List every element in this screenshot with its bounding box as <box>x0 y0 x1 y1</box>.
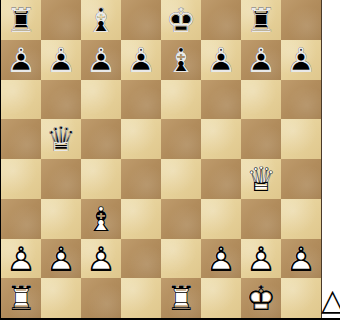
rook-glyph-outline: ♖ <box>161 278 201 318</box>
piece-black-queen[interactable]: ♛♕ <box>41 119 81 159</box>
square-h3[interactable] <box>281 199 321 239</box>
square-c3[interactable]: ♝♗ <box>81 199 121 239</box>
square-b8[interactable] <box>41 0 81 40</box>
square-d2[interactable] <box>121 239 161 279</box>
piece-white-pawn[interactable]: ♟♙ <box>201 239 241 279</box>
square-g5[interactable] <box>241 119 281 159</box>
square-d8[interactable] <box>121 0 161 40</box>
piece-black-pawn[interactable]: ♟♙ <box>281 40 321 80</box>
piece-white-pawn[interactable]: ♟♙ <box>241 239 281 279</box>
square-f2[interactable]: ♟♙ <box>201 239 241 279</box>
square-h6[interactable] <box>281 80 321 120</box>
rook-glyph-outline: ♖ <box>1 278 41 318</box>
square-a6[interactable] <box>1 80 41 120</box>
bishop-glyph-outline: ♗ <box>81 0 121 40</box>
square-f5[interactable] <box>201 119 241 159</box>
square-g2[interactable]: ♟♙ <box>241 239 281 279</box>
square-a7[interactable]: ♟♙ <box>1 40 41 80</box>
square-b4[interactable] <box>41 159 81 199</box>
pawn-glyph-outline: ♙ <box>1 239 41 279</box>
pawn-glyph-outline: ♙ <box>241 239 281 279</box>
square-a1[interactable]: ♜♖ <box>1 278 41 318</box>
square-c4[interactable] <box>81 159 121 199</box>
square-g1[interactable]: ♚♔ <box>241 278 281 318</box>
piece-black-bishop[interactable]: ♝♗ <box>161 40 201 80</box>
pawn-glyph-outline: ♙ <box>281 239 321 279</box>
pawn-glyph-outline: ♙ <box>201 40 241 80</box>
square-g6[interactable] <box>241 80 281 120</box>
square-d6[interactable] <box>121 80 161 120</box>
pawn-glyph-outline: ♙ <box>281 40 321 80</box>
square-c7[interactable]: ♟♙ <box>81 40 121 80</box>
square-c6[interactable] <box>81 80 121 120</box>
bishop-glyph-outline: ♗ <box>161 40 201 80</box>
white-to-move-triangle-icon: △ <box>321 282 340 318</box>
square-g3[interactable] <box>241 199 281 239</box>
piece-black-pawn[interactable]: ♟♙ <box>41 40 81 80</box>
pawn-glyph-outline: ♙ <box>121 40 161 80</box>
queen-glyph-outline: ♕ <box>241 159 281 199</box>
square-f8[interactable] <box>201 0 241 40</box>
king-glyph-outline: ♔ <box>241 278 281 318</box>
piece-white-pawn[interactable]: ♟♙ <box>1 239 41 279</box>
square-e2[interactable] <box>161 239 201 279</box>
square-h7[interactable]: ♟♙ <box>281 40 321 80</box>
pawn-glyph-outline: ♙ <box>201 239 241 279</box>
piece-white-pawn[interactable]: ♟♙ <box>81 239 121 279</box>
square-h2[interactable]: ♟♙ <box>281 239 321 279</box>
pawn-glyph-outline: ♙ <box>241 40 281 80</box>
square-f7[interactable]: ♟♙ <box>201 40 241 80</box>
piece-white-pawn[interactable]: ♟♙ <box>41 239 81 279</box>
square-c5[interactable] <box>81 119 121 159</box>
square-d3[interactable] <box>121 199 161 239</box>
square-a2[interactable]: ♟♙ <box>1 239 41 279</box>
square-h4[interactable] <box>281 159 321 199</box>
square-a4[interactable] <box>1 159 41 199</box>
pawn-glyph-outline: ♙ <box>81 239 121 279</box>
square-b3[interactable] <box>41 199 81 239</box>
square-c1[interactable] <box>81 278 121 318</box>
square-f4[interactable] <box>201 159 241 199</box>
square-e1[interactable]: ♜♖ <box>161 278 201 318</box>
piece-white-rook[interactable]: ♜♖ <box>1 278 41 318</box>
piece-white-queen[interactable]: ♛♕ <box>241 159 281 199</box>
piece-white-king[interactable]: ♚♔ <box>241 278 281 318</box>
pawn-glyph-outline: ♙ <box>41 239 81 279</box>
piece-black-rook[interactable]: ♜♖ <box>1 0 41 40</box>
square-h1[interactable] <box>281 278 321 318</box>
square-e7[interactable]: ♝♗ <box>161 40 201 80</box>
pawn-glyph-outline: ♙ <box>81 40 121 80</box>
piece-white-pawn[interactable]: ♟♙ <box>281 239 321 279</box>
piece-black-pawn[interactable]: ♟♙ <box>121 40 161 80</box>
rook-glyph-outline: ♖ <box>241 0 281 40</box>
piece-white-bishop[interactable]: ♝♗ <box>81 199 121 239</box>
square-g8[interactable]: ♜♖ <box>241 0 281 40</box>
square-a3[interactable] <box>1 199 41 239</box>
piece-black-rook[interactable]: ♜♖ <box>241 0 281 40</box>
piece-black-king[interactable]: ♚♔ <box>161 0 201 40</box>
square-f3[interactable] <box>201 199 241 239</box>
square-e3[interactable] <box>161 199 201 239</box>
piece-black-bishop[interactable]: ♝♗ <box>81 0 121 40</box>
queen-glyph-outline: ♕ <box>41 119 81 159</box>
square-e5[interactable] <box>161 119 201 159</box>
square-g7[interactable]: ♟♙ <box>241 40 281 80</box>
square-d7[interactable]: ♟♙ <box>121 40 161 80</box>
pawn-glyph-outline: ♙ <box>41 40 81 80</box>
square-f1[interactable] <box>201 278 241 318</box>
piece-white-rook[interactable]: ♜♖ <box>161 278 201 318</box>
square-g4[interactable]: ♛♕ <box>241 159 281 199</box>
square-e6[interactable] <box>161 80 201 120</box>
king-glyph-outline: ♔ <box>161 0 201 40</box>
pawn-glyph-outline: ♙ <box>1 40 41 80</box>
square-c8[interactable]: ♝♗ <box>81 0 121 40</box>
side-panel <box>322 0 340 318</box>
square-e8[interactable]: ♚♔ <box>161 0 201 40</box>
square-d1[interactable] <box>121 278 161 318</box>
square-h8[interactable] <box>281 0 321 40</box>
piece-black-pawn[interactable]: ♟♙ <box>241 40 281 80</box>
rook-glyph-outline: ♖ <box>1 0 41 40</box>
square-h5[interactable] <box>281 119 321 159</box>
square-c2[interactable]: ♟♙ <box>81 239 121 279</box>
piece-black-pawn[interactable]: ♟♙ <box>81 40 121 80</box>
piece-black-pawn[interactable]: ♟♙ <box>201 40 241 80</box>
square-b6[interactable] <box>41 80 81 120</box>
square-a8[interactable]: ♜♖ <box>1 0 41 40</box>
chessboard-window: ♜♖♝♗♚♔♜♖♟♙♟♙♟♙♟♙♝♗♟♙♟♙♟♙♛♕♛♕♝♗♟♙♟♙♟♙♟♙♟♙… <box>0 0 340 320</box>
chess-board: ♜♖♝♗♚♔♜♖♟♙♟♙♟♙♟♙♝♗♟♙♟♙♟♙♛♕♛♕♝♗♟♙♟♙♟♙♟♙♟♙… <box>1 0 322 318</box>
bishop-glyph-outline: ♗ <box>81 199 121 239</box>
square-b5[interactable]: ♛♕ <box>41 119 81 159</box>
square-b1[interactable] <box>41 278 81 318</box>
square-e4[interactable] <box>161 159 201 199</box>
square-b7[interactable]: ♟♙ <box>41 40 81 80</box>
piece-black-pawn[interactable]: ♟♙ <box>1 40 41 80</box>
square-d4[interactable] <box>121 159 161 199</box>
square-d5[interactable] <box>121 119 161 159</box>
square-b2[interactable]: ♟♙ <box>41 239 81 279</box>
square-a5[interactable] <box>1 119 41 159</box>
square-f6[interactable] <box>201 80 241 120</box>
